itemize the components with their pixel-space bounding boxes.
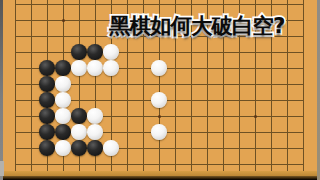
go-stone-black	[39, 76, 55, 92]
go-stone-black	[71, 108, 87, 124]
go-stone-black	[39, 108, 55, 124]
go-stone-black	[55, 60, 71, 76]
go-stone-black	[39, 140, 55, 156]
go-stone-white	[71, 124, 87, 140]
go-stone-white	[71, 60, 87, 76]
go-stone-black	[39, 60, 55, 76]
go-stone-white	[87, 108, 103, 124]
go-stone-white	[103, 140, 119, 156]
go-stone-white	[55, 140, 71, 156]
go-stone-white	[55, 108, 71, 124]
go-stone-white	[103, 44, 119, 60]
go-stone-white	[151, 92, 167, 108]
go-stone-black	[87, 140, 103, 156]
bottom-dark-bar	[0, 176, 320, 180]
go-stone-white	[55, 76, 71, 92]
go-stone-white	[151, 60, 167, 76]
go-stone-white	[87, 124, 103, 140]
go-stone-black	[71, 140, 87, 156]
go-stone-white	[87, 60, 103, 76]
go-stone-white	[151, 124, 167, 140]
go-stone-black	[87, 44, 103, 60]
video-frame: 黑棋如何大破白空?	[0, 0, 320, 180]
bottom-left-corner-patch	[0, 161, 4, 176]
go-stone-white	[55, 92, 71, 108]
go-stone-black	[39, 124, 55, 140]
go-stone-black	[39, 92, 55, 108]
go-stone-white	[103, 60, 119, 76]
left-border-strip	[0, 0, 3, 180]
go-stone-black	[55, 124, 71, 140]
go-stone-black	[71, 44, 87, 60]
puzzle-caption: 黑棋如何大破白空?	[109, 11, 284, 40]
